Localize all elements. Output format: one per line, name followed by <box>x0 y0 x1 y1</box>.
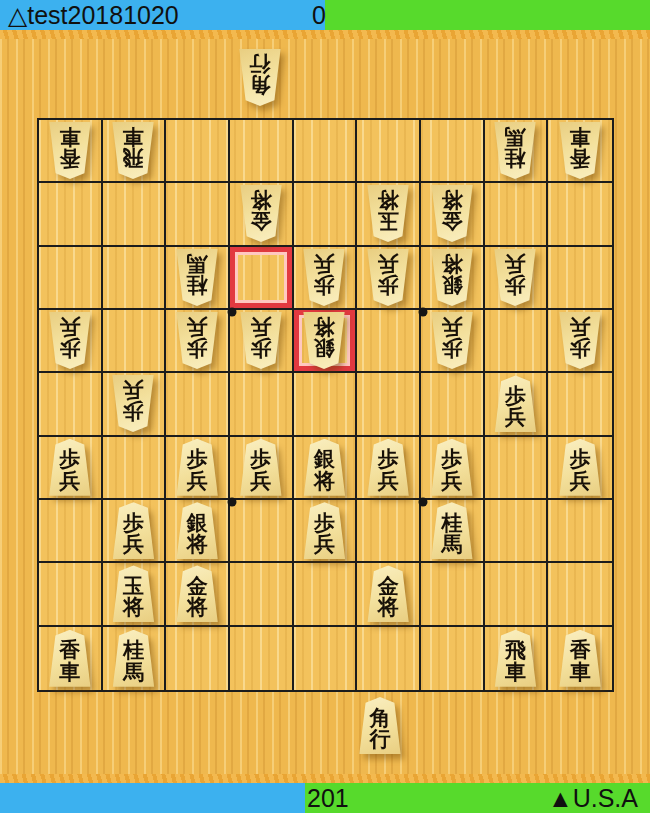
board-cell-6-3[interactable]: 歩兵 <box>166 437 230 500</box>
board-cell-5-8[interactable]: 歩兵 <box>485 373 549 436</box>
piece-kanji: 兵 <box>123 380 144 401</box>
piece-kanji: 歩 <box>378 448 399 469</box>
piece-kanji: 兵 <box>378 470 399 491</box>
piece-gote-fu[interactable]: 歩兵 <box>46 312 94 369</box>
board-cell-7-4[interactable] <box>230 500 294 563</box>
board-cell-6-5[interactable]: 銀将 <box>294 437 358 500</box>
piece-kanji: 歩 <box>570 448 591 469</box>
board-cell-3-6[interactable]: 歩兵 <box>357 247 421 310</box>
piece-sente-fu[interactable]: 歩兵 <box>46 439 94 496</box>
board-cell-1-7[interactable] <box>421 120 485 183</box>
piece-kanji: 金 <box>441 211 462 232</box>
piece-kanji: 兵 <box>250 317 271 338</box>
board-cell-4-4[interactable]: 歩兵 <box>230 310 294 373</box>
piece-sente-kaku[interactable]: 角行 <box>356 697 404 754</box>
top-status-bar: △test20181020 0 <box>0 0 650 30</box>
board-cell-3-3[interactable]: 桂馬 <box>166 247 230 310</box>
piece-kanji: 馬 <box>123 661 144 682</box>
board-cell-7-8[interactable] <box>485 500 549 563</box>
piece-kanji: 将 <box>441 190 462 211</box>
piece-kanji: 馬 <box>187 253 208 274</box>
board-cell-3-8[interactable]: 歩兵 <box>485 247 549 310</box>
board-cell-9-1[interactable]: 香車 <box>39 627 103 690</box>
piece-kanji: 歩 <box>123 401 144 422</box>
piece-kanji: 兵 <box>59 470 80 491</box>
gote-counter: 0 <box>312 0 326 30</box>
piece-gote-fu[interactable]: 歩兵 <box>364 249 412 306</box>
piece-sente-fu[interactable]: 歩兵 <box>109 502 157 559</box>
piece-kanji: 兵 <box>123 533 144 554</box>
piece-kanji: 歩 <box>505 385 526 406</box>
board-cell-2-2[interactable] <box>103 183 167 246</box>
board-cell-6-1[interactable]: 歩兵 <box>39 437 103 500</box>
piece-sente-fu[interactable]: 歩兵 <box>300 502 348 559</box>
board-cell-3-9[interactable] <box>548 247 612 310</box>
board-cell-3-4[interactable] <box>230 247 294 310</box>
piece-sente-fu[interactable]: 歩兵 <box>364 439 412 496</box>
piece-gote-fu[interactable]: 歩兵 <box>428 312 476 369</box>
piece-kanji: 歩 <box>59 338 80 359</box>
board-cell-5-6[interactable] <box>357 373 421 436</box>
piece-kanji: 兵 <box>59 317 80 338</box>
board-cell-4-9[interactable]: 歩兵 <box>548 310 612 373</box>
piece-kanji: 香 <box>570 148 591 169</box>
piece-kanji: 将 <box>314 317 335 338</box>
board-cell-2-4[interactable]: 金将 <box>230 183 294 246</box>
piece-kanji: 飛 <box>505 639 526 660</box>
piece-kanji: 銀 <box>314 448 335 469</box>
board-cell-7-9[interactable] <box>548 500 612 563</box>
board-cell-1-3[interactable] <box>166 120 230 183</box>
piece-gote-kyosha[interactable]: 香車 <box>556 122 604 179</box>
piece-kanji: 車 <box>505 661 526 682</box>
piece-gote-fu[interactable]: 歩兵 <box>491 249 539 306</box>
board-cell-3-5[interactable]: 歩兵 <box>294 247 358 310</box>
board-cell-8-2[interactable]: 玉将 <box>103 563 167 626</box>
piece-kanji: 金 <box>250 211 271 232</box>
piece-kanji: 玉 <box>378 211 399 232</box>
board-cell-8-6[interactable]: 金将 <box>357 563 421 626</box>
piece-kanji: 歩 <box>250 338 271 359</box>
board-cell-1-4[interactable] <box>230 120 294 183</box>
piece-kanji: 行 <box>250 54 271 75</box>
piece-kanji: 将 <box>378 596 399 617</box>
piece-kanji: 桂 <box>187 275 208 296</box>
piece-kanji: 銀 <box>187 512 208 533</box>
piece-sente-kyosha[interactable]: 香車 <box>46 630 94 687</box>
board-cell-9-4[interactable] <box>230 627 294 690</box>
piece-gote-keima[interactable]: 桂馬 <box>173 249 221 306</box>
board-cell-8-3[interactable]: 金将 <box>166 563 230 626</box>
board-cell-4-6[interactable] <box>357 310 421 373</box>
board-cell-3-2[interactable] <box>103 247 167 310</box>
board-cell-9-8[interactable]: 飛車 <box>485 627 549 690</box>
piece-gote-gyoku[interactable]: 玉将 <box>364 185 412 242</box>
board-cell-2-8[interactable] <box>485 183 549 246</box>
piece-gote-kin[interactable]: 金将 <box>237 185 285 242</box>
piece-gote-fu[interactable]: 歩兵 <box>109 375 157 432</box>
board-cell-5-1[interactable] <box>39 373 103 436</box>
piece-sente-gin[interactable]: 銀将 <box>173 502 221 559</box>
piece-kanji: 車 <box>59 661 80 682</box>
board-cell-6-2[interactable] <box>103 437 167 500</box>
piece-sente-gyoku[interactable]: 玉将 <box>109 565 157 622</box>
piece-sente-gin[interactable]: 銀将 <box>300 439 348 496</box>
gote-player-name: △test20181020 <box>8 0 179 30</box>
piece-kanji: 歩 <box>505 275 526 296</box>
board-cell-8-4[interactable] <box>230 563 294 626</box>
piece-kanji: 銀 <box>441 275 462 296</box>
board-cell-1-9[interactable]: 香車 <box>548 120 612 183</box>
piece-kanji: 金 <box>378 575 399 596</box>
board-cell-9-9[interactable]: 香車 <box>548 627 612 690</box>
board-cell-5-2[interactable]: 歩兵 <box>103 373 167 436</box>
piece-kanji: 歩 <box>441 448 462 469</box>
piece-kanji: 兵 <box>314 253 335 274</box>
piece-kanji: 兵 <box>570 470 591 491</box>
board-cell-2-9[interactable] <box>548 183 612 246</box>
piece-kanji: 歩 <box>187 448 208 469</box>
piece-kanji: 将 <box>123 596 144 617</box>
piece-kanji: 歩 <box>59 448 80 469</box>
piece-kanji: 歩 <box>187 338 208 359</box>
piece-kanji: 車 <box>123 127 144 148</box>
piece-sente-fu[interactable]: 歩兵 <box>428 439 476 496</box>
board-cell-9-7[interactable] <box>421 627 485 690</box>
piece-kanji: 兵 <box>441 317 462 338</box>
piece-kanji: 兵 <box>441 470 462 491</box>
board-cell-4-5[interactable]: 銀将 <box>294 310 358 373</box>
piece-kanji: 桂 <box>505 148 526 169</box>
piece-gote-gin[interactable]: 銀将 <box>300 312 348 369</box>
board-cell-5-5[interactable] <box>294 373 358 436</box>
piece-kanji: 金 <box>187 575 208 596</box>
top-bar-green-segment <box>325 0 650 30</box>
sente-hand-area: 角行 <box>356 697 404 754</box>
piece-kanji: 将 <box>187 533 208 554</box>
board-cell-7-6[interactable] <box>357 500 421 563</box>
piece-kanji: 車 <box>59 127 80 148</box>
star-point <box>419 308 428 317</box>
piece-kanji: 将 <box>314 470 335 491</box>
board-cell-6-6[interactable]: 歩兵 <box>357 437 421 500</box>
piece-kanji: 香 <box>59 639 80 660</box>
wood-edge-strip-bottom <box>0 774 650 783</box>
piece-kanji: 飛 <box>123 148 144 169</box>
piece-kanji: 銀 <box>314 338 335 359</box>
piece-kanji: 香 <box>59 148 80 169</box>
piece-kanji: 桂 <box>441 512 462 533</box>
wood-edge-strip-top <box>0 30 650 39</box>
board-cell-4-8[interactable] <box>485 310 549 373</box>
board-cell-6-7[interactable]: 歩兵 <box>421 437 485 500</box>
board-cell-7-5[interactable]: 歩兵 <box>294 500 358 563</box>
board-cell-2-5[interactable] <box>294 183 358 246</box>
board-cell-1-8[interactable]: 桂馬 <box>485 120 549 183</box>
board-cell-2-1[interactable] <box>39 183 103 246</box>
piece-kanji: 車 <box>570 661 591 682</box>
piece-kanji: 兵 <box>505 253 526 274</box>
board-cell-2-3[interactable] <box>166 183 230 246</box>
star-point <box>228 498 237 507</box>
board-cell-9-5[interactable] <box>294 627 358 690</box>
board-cell-4-7[interactable]: 歩兵 <box>421 310 485 373</box>
piece-gote-kaku[interactable]: 角行 <box>236 49 284 106</box>
piece-kanji: 兵 <box>570 317 591 338</box>
piece-kanji: 兵 <box>250 470 271 491</box>
board-cell-8-5[interactable] <box>294 563 358 626</box>
board-cell-5-3[interactable] <box>166 373 230 436</box>
board-cell-4-3[interactable]: 歩兵 <box>166 310 230 373</box>
piece-kanji: 兵 <box>314 533 335 554</box>
piece-kanji: 兵 <box>187 470 208 491</box>
piece-kanji: 角 <box>250 75 271 96</box>
shogi-board[interactable]: 香車飛車桂馬香車金将玉将金将桂馬歩兵歩兵銀将歩兵歩兵歩兵歩兵銀将歩兵歩兵歩兵歩兵… <box>37 118 614 692</box>
board-cell-6-4[interactable]: 歩兵 <box>230 437 294 500</box>
piece-kanji: 兵 <box>378 253 399 274</box>
board-cell-2-6[interactable]: 玉将 <box>357 183 421 246</box>
board-cell-9-2[interactable]: 桂馬 <box>103 627 167 690</box>
board-cell-8-8[interactable] <box>485 563 549 626</box>
piece-kanji: 馬 <box>441 533 462 554</box>
piece-kanji: 将 <box>187 596 208 617</box>
piece-gote-hisha[interactable]: 飛車 <box>109 122 157 179</box>
piece-kanji: 将 <box>250 190 271 211</box>
piece-kanji: 香 <box>570 639 591 660</box>
board-cell-6-8[interactable] <box>485 437 549 500</box>
bottom-status-bar: 201 ▲U.S.A <box>0 783 650 813</box>
piece-gote-keima[interactable]: 桂馬 <box>491 122 539 179</box>
piece-kanji: 角 <box>370 707 391 728</box>
piece-sente-kin[interactable]: 金将 <box>173 565 221 622</box>
piece-sente-keima[interactable]: 桂馬 <box>109 630 157 687</box>
sente-counter: 201 <box>307 783 349 813</box>
board-cell-5-7[interactable] <box>421 373 485 436</box>
piece-sente-kin[interactable]: 金将 <box>364 565 412 622</box>
piece-kanji: 将 <box>441 253 462 274</box>
sente-player-name: ▲U.S.A <box>548 783 638 813</box>
piece-kanji: 将 <box>378 190 399 211</box>
star-point <box>228 308 237 317</box>
piece-kanji: 歩 <box>314 275 335 296</box>
board-cell-7-2[interactable]: 歩兵 <box>103 500 167 563</box>
board-cell-8-9[interactable] <box>548 563 612 626</box>
piece-sente-kyosha[interactable]: 香車 <box>556 630 604 687</box>
piece-kanji: 玉 <box>123 575 144 596</box>
piece-gote-fu[interactable]: 歩兵 <box>556 312 604 369</box>
piece-kanji: 歩 <box>123 512 144 533</box>
piece-sente-fu[interactable]: 歩兵 <box>237 439 285 496</box>
piece-kanji: 歩 <box>570 338 591 359</box>
board-cell-1-1[interactable]: 香車 <box>39 120 103 183</box>
piece-sente-fu[interactable]: 歩兵 <box>491 375 539 432</box>
piece-gote-fu[interactable]: 歩兵 <box>173 312 221 369</box>
piece-gote-gin[interactable]: 銀将 <box>428 249 476 306</box>
piece-sente-fu[interactable]: 歩兵 <box>556 439 604 496</box>
board-cell-1-2[interactable]: 飛車 <box>103 120 167 183</box>
piece-kanji: 歩 <box>378 275 399 296</box>
board-cell-3-1[interactable] <box>39 247 103 310</box>
board-cell-6-9[interactable]: 歩兵 <box>548 437 612 500</box>
board-cell-5-9[interactable] <box>548 373 612 436</box>
gote-hand-area: 角行 <box>236 49 284 106</box>
piece-gote-fu[interactable]: 歩兵 <box>300 249 348 306</box>
piece-kanji: 桂 <box>123 639 144 660</box>
board-cell-7-7[interactable]: 桂馬 <box>421 500 485 563</box>
piece-kanji: 兵 <box>187 317 208 338</box>
board-cell-9-3[interactable] <box>166 627 230 690</box>
piece-gote-fu[interactable]: 歩兵 <box>237 312 285 369</box>
board-cell-7-1[interactable] <box>39 500 103 563</box>
piece-gote-kyosha[interactable]: 香車 <box>46 122 94 179</box>
piece-sente-fu[interactable]: 歩兵 <box>173 439 221 496</box>
shogi-app: △test20181020 0 角行 香車飛車桂馬香車金将玉将金将桂馬歩兵歩兵銀… <box>0 0 650 813</box>
star-point <box>419 498 428 507</box>
piece-kanji: 歩 <box>441 338 462 359</box>
board-cell-8-1[interactable] <box>39 563 103 626</box>
board-cell-2-7[interactable]: 金将 <box>421 183 485 246</box>
board-cell-1-6[interactable] <box>357 120 421 183</box>
board-cell-3-7[interactable]: 銀将 <box>421 247 485 310</box>
piece-kanji: 兵 <box>505 406 526 427</box>
board-cell-1-5[interactable] <box>294 120 358 183</box>
piece-sente-keima[interactable]: 桂馬 <box>428 502 476 559</box>
board-cell-5-4[interactable] <box>230 373 294 436</box>
board-cell-9-6[interactable] <box>357 627 421 690</box>
piece-kanji: 車 <box>570 127 591 148</box>
board-cell-4-2[interactable] <box>103 310 167 373</box>
piece-kanji: 歩 <box>314 512 335 533</box>
board-cell-7-3[interactable]: 銀将 <box>166 500 230 563</box>
piece-sente-hisha[interactable]: 飛車 <box>491 630 539 687</box>
piece-kanji: 馬 <box>505 127 526 148</box>
piece-kanji: 行 <box>370 728 391 749</box>
piece-kanji: 歩 <box>250 448 271 469</box>
board-cell-8-7[interactable] <box>421 563 485 626</box>
board-cell-4-1[interactable]: 歩兵 <box>39 310 103 373</box>
piece-gote-kin[interactable]: 金将 <box>428 185 476 242</box>
